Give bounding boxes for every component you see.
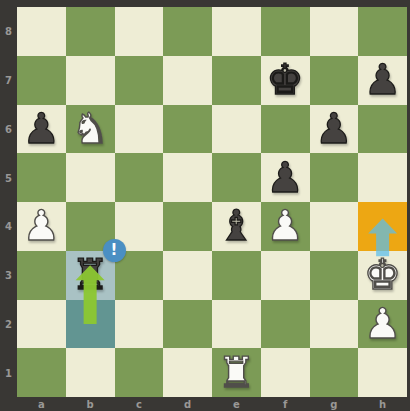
square-g2[interactable] — [310, 300, 359, 349]
black-pawn-a6[interactable]: ♟ — [17, 105, 66, 154]
file-label-d: d — [163, 397, 212, 411]
black-pawn-f5[interactable]: ♟ — [261, 153, 310, 202]
square-c7[interactable] — [115, 56, 164, 105]
white-king-h3[interactable]: ♚ — [358, 251, 407, 300]
file-label-g: g — [310, 397, 359, 411]
square-a2[interactable] — [17, 300, 66, 349]
square-a7[interactable] — [17, 56, 66, 105]
square-g4[interactable] — [310, 202, 359, 251]
square-h1[interactable] — [358, 348, 407, 397]
square-e2[interactable] — [212, 300, 261, 349]
rank-label-6: 6 — [0, 123, 17, 134]
square-d1[interactable] — [163, 348, 212, 397]
square-f1[interactable] — [261, 348, 310, 397]
rank-label-3: 3 — [0, 270, 17, 281]
square-b7[interactable] — [66, 56, 115, 105]
square-c5[interactable] — [115, 153, 164, 202]
square-c1[interactable] — [115, 348, 164, 397]
square-b5[interactable] — [66, 153, 115, 202]
file-label-b: b — [66, 397, 115, 411]
black-king-f7[interactable]: ♚ — [261, 56, 310, 105]
square-d6[interactable] — [163, 105, 212, 154]
square-f8[interactable] — [261, 7, 310, 56]
square-a3[interactable] — [17, 251, 66, 300]
file-label-a: a — [17, 397, 66, 411]
square-b8[interactable] — [66, 7, 115, 56]
rank-label-8: 8 — [0, 26, 17, 37]
square-h5[interactable] — [358, 153, 407, 202]
file-label-e: e — [212, 397, 261, 411]
square-g3[interactable] — [310, 251, 359, 300]
rank-label-2: 2 — [0, 318, 17, 329]
square-f2[interactable] — [261, 300, 310, 349]
rank-label-4: 4 — [0, 221, 17, 232]
rank-label-7: 7 — [0, 75, 17, 86]
square-e5[interactable] — [212, 153, 261, 202]
square-g5[interactable] — [310, 153, 359, 202]
square-d7[interactable] — [163, 56, 212, 105]
file-label-c: c — [115, 397, 164, 411]
square-d3[interactable] — [163, 251, 212, 300]
square-g1[interactable] — [310, 348, 359, 397]
rank-label-1: 1 — [0, 367, 17, 378]
black-bishop-e4[interactable]: ♝ — [212, 202, 261, 251]
black-pawn-g6[interactable]: ♟ — [310, 105, 359, 154]
square-a5[interactable] — [17, 153, 66, 202]
square-b2[interactable] — [66, 300, 115, 349]
square-d2[interactable] — [163, 300, 212, 349]
square-a8[interactable] — [17, 7, 66, 56]
square-g7[interactable] — [310, 56, 359, 105]
square-h6[interactable] — [358, 105, 407, 154]
square-e6[interactable] — [212, 105, 261, 154]
white-pawn-f4[interactable]: ♟ — [261, 202, 310, 251]
white-knight-b6[interactable]: ♞ — [66, 105, 115, 154]
white-pawn-a4[interactable]: ♟ — [17, 202, 66, 251]
white-rook-e1[interactable]: ♜ — [212, 348, 261, 397]
square-f6[interactable] — [261, 105, 310, 154]
file-label-f: f — [261, 397, 310, 411]
square-e8[interactable] — [212, 7, 261, 56]
square-c2[interactable] — [115, 300, 164, 349]
square-g8[interactable] — [310, 7, 359, 56]
square-d5[interactable] — [163, 153, 212, 202]
great-move-badge: ! — [103, 239, 126, 262]
square-h4[interactable] — [358, 202, 407, 251]
square-c6[interactable] — [115, 105, 164, 154]
rank-label-5: 5 — [0, 172, 17, 183]
square-e3[interactable] — [212, 251, 261, 300]
white-pawn-h2[interactable]: ♟ — [358, 300, 407, 349]
square-d4[interactable] — [163, 202, 212, 251]
black-pawn-h7[interactable]: ♟ — [358, 56, 407, 105]
square-d8[interactable] — [163, 7, 212, 56]
square-b1[interactable] — [66, 348, 115, 397]
square-c8[interactable] — [115, 7, 164, 56]
file-label-h: h — [358, 397, 407, 411]
square-h8[interactable] — [358, 7, 407, 56]
square-f3[interactable] — [261, 251, 310, 300]
square-e7[interactable] — [212, 56, 261, 105]
square-a1[interactable] — [17, 348, 66, 397]
